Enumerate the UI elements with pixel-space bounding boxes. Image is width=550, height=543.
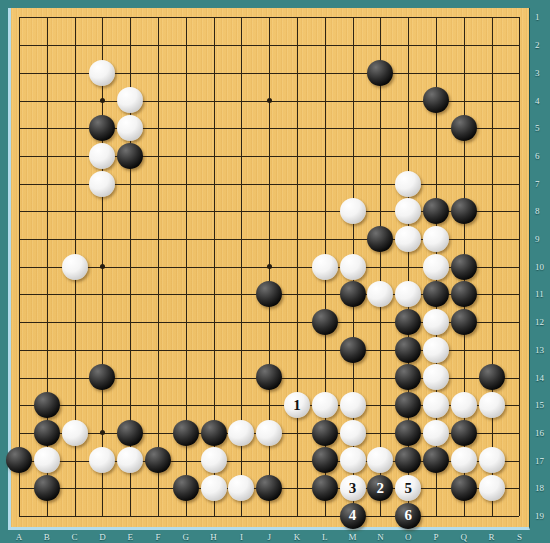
stone-white[interactable] [367,447,393,473]
row-label: 13 [535,345,544,355]
row-label: 10 [535,262,544,272]
board[interactable]: 132546 [8,8,530,530]
row-label: 1 [535,12,540,22]
stone-black[interactable] [89,115,115,141]
row-label: 17 [535,456,544,466]
column-label: M [349,532,357,542]
row-label: 14 [535,373,544,383]
stone-white[interactable] [395,171,421,197]
stone-black[interactable] [89,364,115,390]
stone-white[interactable] [117,447,143,473]
stone-white[interactable] [367,281,393,307]
stone-black[interactable] [6,447,32,473]
column-label: R [489,532,495,542]
move-number-label: 4 [349,508,357,523]
stone-white[interactable]: 1 [284,392,310,418]
stone-black[interactable] [367,60,393,86]
stone-white[interactable] [340,447,366,473]
row-label: 6 [535,151,540,161]
column-label: J [267,532,271,542]
hoshi-dot [267,264,272,269]
column-label: Q [461,532,468,542]
stone-white[interactable] [117,115,143,141]
stone-black[interactable] [451,309,477,335]
row-label: 7 [535,179,540,189]
hoshi-dot [267,98,272,103]
stone-white[interactable] [479,392,505,418]
stone-black[interactable] [451,115,477,141]
stone-black[interactable] [340,337,366,363]
stone-black[interactable] [423,198,449,224]
stone-white[interactable] [423,226,449,252]
stone-white[interactable] [423,392,449,418]
grid-line-horizontal [19,516,519,517]
stone-white[interactable] [34,447,60,473]
row-label: 4 [535,96,540,106]
row-label: 3 [535,68,540,78]
stone-black[interactable] [395,420,421,446]
grid-line-vertical [492,17,493,516]
stone-black[interactable] [173,475,199,501]
stone-white[interactable] [228,475,254,501]
stone-white[interactable] [479,475,505,501]
hoshi-dot [100,264,105,269]
column-label: B [44,532,50,542]
row-label: 2 [535,40,540,50]
stone-white[interactable] [89,60,115,86]
stone-white[interactable]: 5 [395,475,421,501]
column-label: E [127,532,133,542]
stone-black[interactable] [395,392,421,418]
column-label: F [155,532,160,542]
grid-line-vertical [380,17,381,516]
stone-black[interactable] [256,475,282,501]
stone-white[interactable] [312,254,338,280]
column-label: O [405,532,412,542]
row-label: 11 [535,289,544,299]
row-label: 18 [535,483,544,493]
stone-black[interactable] [395,364,421,390]
stone-white[interactable] [340,420,366,446]
hoshi-dot [100,430,105,435]
row-label: 19 [535,511,544,521]
stone-black[interactable] [173,420,199,446]
stone-black[interactable] [451,281,477,307]
stone-white[interactable] [312,392,338,418]
stone-black[interactable] [34,392,60,418]
stone-white[interactable] [340,198,366,224]
stone-black[interactable] [117,420,143,446]
stone-black[interactable] [312,309,338,335]
stone-white[interactable] [340,254,366,280]
column-label: I [240,532,243,542]
stone-white[interactable] [395,281,421,307]
grid-line-vertical [297,17,298,516]
move-number-label: 5 [404,481,412,496]
stone-white[interactable] [423,364,449,390]
row-label: 12 [535,317,544,327]
stone-white[interactable] [89,171,115,197]
stone-black[interactable] [340,281,366,307]
stone-black[interactable] [367,226,393,252]
stone-black[interactable] [423,87,449,113]
stone-white[interactable] [201,475,227,501]
stone-white[interactable] [479,447,505,473]
move-number-label: 3 [349,481,357,496]
column-label: K [294,532,301,542]
column-label: D [99,532,106,542]
column-label: A [16,532,23,542]
stone-white[interactable] [201,447,227,473]
stone-white[interactable] [423,254,449,280]
stone-black[interactable] [256,364,282,390]
stone-white[interactable] [395,198,421,224]
stone-black[interactable] [451,198,477,224]
column-label: C [72,532,78,542]
stone-white[interactable] [228,420,254,446]
stone-white[interactable] [89,143,115,169]
stone-black[interactable] [34,420,60,446]
stone-black[interactable] [34,475,60,501]
stone-black[interactable] [312,475,338,501]
stone-black[interactable] [395,337,421,363]
column-label: N [377,532,384,542]
stone-black[interactable] [451,420,477,446]
row-label: 8 [535,206,540,216]
stone-white[interactable] [395,226,421,252]
grid-line-vertical [519,17,520,516]
stone-black[interactable] [451,254,477,280]
stone-black[interactable] [201,420,227,446]
column-label: L [322,532,328,542]
stone-black[interactable]: 2 [367,475,393,501]
stone-black[interactable] [117,143,143,169]
row-label: 5 [535,123,540,133]
stone-black[interactable] [256,281,282,307]
stone-black[interactable] [395,309,421,335]
stone-white[interactable] [89,447,115,473]
stone-white[interactable] [423,309,449,335]
stone-white[interactable] [423,420,449,446]
stone-white[interactable] [62,420,88,446]
stone-black[interactable] [451,475,477,501]
stone-black[interactable] [395,447,421,473]
column-label: G [183,532,190,542]
column-label: S [517,532,522,542]
stone-black[interactable]: 4 [340,503,366,529]
stone-white[interactable]: 3 [340,475,366,501]
row-label: 9 [535,234,540,244]
stone-white[interactable] [340,392,366,418]
move-number-label: 6 [404,508,412,523]
stone-white[interactable] [451,447,477,473]
stone-white[interactable] [423,337,449,363]
row-label: 16 [535,428,544,438]
move-number-label: 2 [377,481,385,496]
column-label: H [210,532,217,542]
stone-black[interactable] [423,447,449,473]
stone-white[interactable] [117,87,143,113]
stone-black[interactable] [145,447,171,473]
stone-white[interactable] [256,420,282,446]
move-number-label: 1 [293,398,301,413]
stone-black[interactable] [423,281,449,307]
row-label: 15 [535,400,544,410]
column-label: P [433,532,438,542]
stone-white[interactable] [451,392,477,418]
hoshi-dot [100,98,105,103]
stone-black[interactable] [312,447,338,473]
go-app-window: 132546 ABCDEFGHIJKLMNOPQRS 1234567891011… [0,0,550,543]
stone-black[interactable] [479,364,505,390]
stone-white[interactable] [62,254,88,280]
stone-black[interactable]: 6 [395,503,421,529]
stone-black[interactable] [312,420,338,446]
